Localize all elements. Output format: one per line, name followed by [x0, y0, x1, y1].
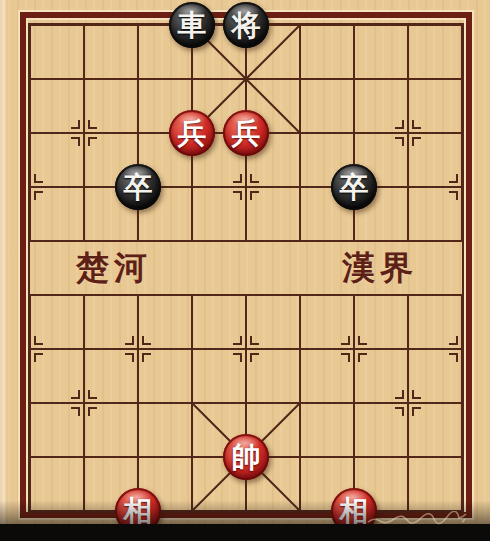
piece-red-general[interactable]: 帥 [223, 434, 269, 480]
board-grid[interactable]: 楚河 漢界 車将兵兵卒卒帥相相 [28, 23, 464, 513]
watermark-scribble [366, 511, 470, 527]
piece-black-soldier-1[interactable]: 卒 [115, 164, 161, 210]
piece-black-soldier-2[interactable]: 卒 [331, 164, 377, 210]
piece-black-chariot[interactable]: 車 [169, 2, 215, 48]
pieces-layer: 車将兵兵卒卒帥相相 [30, 25, 462, 511]
piece-red-soldier-1[interactable]: 兵 [169, 110, 215, 156]
piece-black-general[interactable]: 将 [223, 2, 269, 48]
piece-red-soldier-2[interactable]: 兵 [223, 110, 269, 156]
